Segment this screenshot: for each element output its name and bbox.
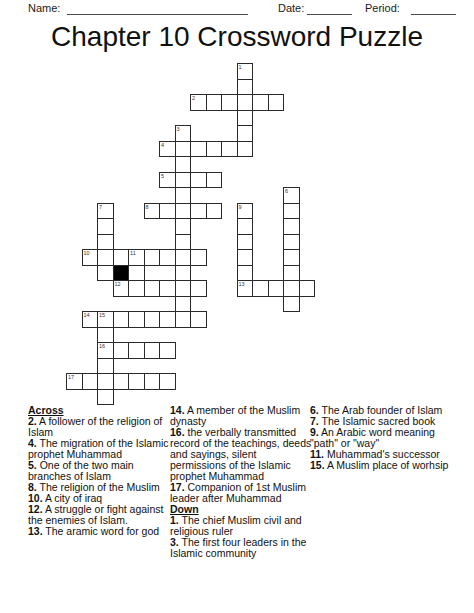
grid-cell[interactable] [144,249,161,266]
grid-cell[interactable]: 10 [82,249,99,266]
grid-cell[interactable] [97,389,114,406]
grid-cell[interactable] [128,373,145,390]
grid-cell[interactable]: 11 [128,249,145,266]
clue-item: 14. A member of the Muslim dynasty [170,405,314,427]
cell-number: 17 [68,374,74,381]
clues-column-right: 6. The Arab founder of Islam7. The Islam… [310,405,450,471]
grid-cell[interactable] [97,249,114,266]
grid-cell[interactable] [97,234,114,251]
grid-cell[interactable] [190,311,207,328]
grid-cell[interactable] [221,141,238,158]
grid-cell[interactable] [144,311,161,328]
worksheet-page: { "header": { "name_label": "Name:", "da… [0,0,474,613]
grid-cell[interactable]: 12 [113,280,130,297]
cell-number: 11 [130,250,136,257]
grid-cell[interactable] [190,280,207,297]
clue-number: 14. [170,404,185,416]
date-field-line[interactable] [307,1,352,15]
grid-cell[interactable] [159,373,176,390]
grid-cell[interactable] [190,203,207,220]
grid-cell[interactable] [283,218,300,235]
cell-number: 5 [161,173,164,180]
cell-number: 6 [285,188,288,195]
grid-cell[interactable] [206,94,223,111]
clue-number: 13. [28,525,43,537]
grid-cell[interactable] [82,373,99,390]
clue-item: 1. The chief Muslim civil and religious … [170,515,314,537]
grid-cell[interactable] [159,249,176,266]
grid-cell[interactable] [97,327,114,344]
name-label: Name: [28,2,60,14]
grid-cell[interactable] [97,373,114,390]
grid-cell[interactable] [144,280,161,297]
black-cell [113,265,130,282]
grid-cell[interactable]: 6 [283,187,300,204]
grid-cell[interactable] [237,218,254,235]
grid-cell[interactable] [175,172,192,189]
grid-cell[interactable]: 13 [237,280,254,297]
grid-cell[interactable]: 14 [82,311,99,328]
grid-cell[interactable] [159,311,176,328]
clue-item: 3. The first four leaders in the Islamic… [170,537,314,559]
grid-cell[interactable] [268,280,285,297]
grid-cell[interactable] [175,156,192,173]
cell-number: 16 [99,343,105,350]
clue-item: 16. the verbally transmitted record of t… [170,427,314,482]
grid-cell[interactable] [175,187,192,204]
grid-cell[interactable] [175,311,192,328]
cell-number: 7 [99,204,102,211]
grid-cell[interactable] [159,342,176,359]
clue-item: 4. The migration of the Islamic prophet … [28,438,174,460]
clues-column-left: Across2. A follower of the religion of I… [28,405,174,537]
grid-cell[interactable] [159,203,176,220]
grid-cell[interactable] [283,280,300,297]
grid-cell[interactable]: 7 [97,203,114,220]
clues-column-middle: 14. A member of the Muslim dynasty16. th… [170,405,314,559]
grid-cell[interactable]: 5 [159,172,176,189]
grid-cell[interactable] [175,296,192,313]
grid-cell[interactable] [237,234,254,251]
grid-cell[interactable] [144,373,161,390]
grid-cell[interactable] [206,203,223,220]
clue-number: 16. [170,426,185,438]
grid-cell[interactable] [113,249,130,266]
grid-cell[interactable]: 8 [144,203,161,220]
grid-cell[interactable]: 2 [190,94,207,111]
cell-number: 9 [239,204,242,211]
grid-cell[interactable] [175,234,192,251]
grid-cell[interactable] [175,249,192,266]
clue-item: 5. One of the two main branches of Islam [28,460,174,482]
grid-cell[interactable] [221,94,238,111]
cell-number: 13 [239,281,245,288]
grid-cell[interactable]: 3 [175,125,192,142]
grid-cell[interactable] [190,172,207,189]
clue-number: 5. [28,459,37,471]
grid-cell[interactable] [97,358,114,375]
grid-cell[interactable] [268,94,285,111]
grid-cell[interactable] [283,234,300,251]
grid-cell[interactable] [128,280,145,297]
date-label: Date: [278,2,304,14]
grid-cell[interactable]: 9 [237,203,254,220]
grid-cell[interactable] [299,280,316,297]
clue-item: 13. The aramic word for god [28,526,174,537]
cell-number: 10 [84,250,90,257]
grid-cell[interactable] [206,141,223,158]
grid-cell[interactable]: 1 [237,63,254,80]
grid-cell[interactable] [97,218,114,235]
cell-number: 12 [115,281,121,288]
grid-cell[interactable] [128,311,145,328]
grid-cell[interactable] [190,249,207,266]
crossword-grid: 1234567891011121314151617 [66,63,315,405]
clue-number: 4. [28,437,37,449]
clue-number: 12. [28,503,43,515]
grid-cell[interactable] [283,265,300,282]
clue-number: 15. [310,459,325,471]
grid-cell[interactable] [237,249,254,266]
clue-number: 1. [170,514,179,526]
clue-item: 12. A struggle or fight against the enem… [28,504,174,526]
grid-cell[interactable] [159,280,176,297]
grid-cell[interactable] [128,342,145,359]
cell-number: 1 [239,64,242,71]
grid-cell[interactable] [190,141,207,158]
cell-number: 2 [192,95,195,102]
period-field-line[interactable] [411,1,456,15]
clue-item: 17. Companion of 1st Muslim leader after… [170,482,314,504]
grid-cell[interactable] [237,110,254,127]
cell-number: 8 [146,204,149,211]
clue-item: 15. A Muslim place of worhsip [310,460,450,471]
clue-item: 9. An Arabic word meaning "path" or "way… [310,427,450,449]
grid-cell[interactable] [128,265,145,282]
grid-cell[interactable] [175,203,192,220]
grid-cell[interactable] [175,218,192,235]
grid-cell[interactable]: 4 [159,141,176,158]
grid-cell[interactable] [113,373,130,390]
grid-cell[interactable] [283,249,300,266]
grid-cell[interactable] [237,125,254,142]
cell-number: 4 [161,142,164,149]
grid-cell[interactable] [113,311,130,328]
grid-cell[interactable] [252,94,269,111]
clue-number: 17. [170,481,185,493]
page-title: Chapter 10 Crossword Puzzle [0,21,474,53]
grid-cell[interactable] [175,280,192,297]
grid-cell[interactable] [283,296,300,313]
grid-cell[interactable] [283,203,300,220]
clue-item: 2. A follower of the religion of Islam [28,416,174,438]
clue-number: 9. [310,426,319,438]
grid-cell[interactable] [175,265,192,282]
clue-number: 3. [170,536,179,548]
grid-cell[interactable] [206,172,223,189]
grid-cell[interactable]: 15 [97,311,114,328]
grid-cell[interactable] [237,141,254,158]
grid-cell[interactable] [237,265,254,282]
grid-cell[interactable] [144,342,161,359]
grid-cell[interactable]: 17 [66,373,83,390]
clue-number: 2. [28,415,37,427]
grid-cell[interactable] [175,141,192,158]
grid-cell[interactable]: 16 [97,342,114,359]
grid-cell[interactable] [252,280,269,297]
grid-cell[interactable] [97,265,114,282]
grid-cell[interactable] [237,94,254,111]
name-field-line[interactable] [67,1,248,15]
grid-cell[interactable] [113,342,130,359]
cell-number: 15 [99,312,105,319]
cell-number: 14 [84,312,90,319]
cell-number: 3 [177,126,180,133]
grid-cell[interactable] [237,79,254,96]
period-label: Period: [365,2,400,14]
